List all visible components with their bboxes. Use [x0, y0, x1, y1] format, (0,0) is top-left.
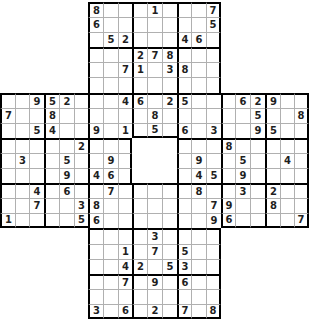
cell-r11c19[interactable]	[265, 153, 280, 168]
given-digit: 6	[196, 35, 203, 45]
cell-r4c11: 7	[147, 47, 162, 62]
cell-r11c1[interactable]	[0, 153, 15, 168]
cell-r15c2[interactable]	[15, 213, 29, 228]
cell-r4c12: 8	[162, 47, 177, 62]
cell-r17c11: 7	[147, 244, 162, 259]
given-digit: 4	[284, 156, 291, 166]
cell-r14c1[interactable]	[0, 198, 15, 213]
given-digit: 8	[167, 51, 174, 61]
cell-r10c3[interactable]	[29, 138, 44, 153]
cell-r20c11[interactable]	[147, 289, 162, 304]
given-digit: 4	[34, 187, 41, 197]
given-digit: 2	[152, 306, 159, 316]
cell-r19c10[interactable]	[132, 274, 147, 289]
cell-r7c14[interactable]	[191, 93, 206, 108]
cell-r8c8[interactable]	[103, 108, 118, 123]
cell-r9c4: 4	[44, 123, 59, 138]
cell-r7c5: 2	[59, 93, 74, 108]
cell-r15c6: 5	[74, 213, 88, 228]
cell-r17c9: 1	[118, 244, 132, 259]
cell-r21c7: 3	[88, 304, 103, 319]
cell-r9c9: 1	[118, 123, 132, 138]
cell-r2c12[interactable]	[162, 17, 177, 32]
cell-r17c7[interactable]	[88, 244, 103, 259]
cell-r7c20[interactable]	[280, 93, 294, 108]
cell-r2c13[interactable]	[177, 17, 191, 32]
cell-r14c18[interactable]	[250, 198, 265, 213]
cell-r7c11[interactable]	[147, 93, 162, 108]
cell-r10c6: 2	[74, 138, 88, 153]
cell-r9c12[interactable]	[162, 123, 177, 138]
given-digit: 5	[182, 97, 189, 107]
cell-r4c7[interactable]	[88, 47, 103, 62]
cell-r9c5[interactable]	[59, 123, 74, 138]
cell-r8c20[interactable]	[280, 108, 294, 123]
cell-r10c21[interactable]	[294, 138, 309, 153]
cell-r14c2[interactable]	[15, 198, 29, 213]
cell-r17c14[interactable]	[191, 244, 206, 259]
cell-r7c21[interactable]	[294, 93, 309, 108]
cell-r11c4[interactable]	[44, 153, 59, 168]
cell-r14c5[interactable]	[59, 198, 74, 213]
given-digit: 8	[93, 201, 100, 211]
cell-r15c17[interactable]	[235, 213, 250, 228]
given-digit: 5	[255, 111, 262, 121]
given-digit: 4	[49, 126, 56, 136]
cell-r13c15[interactable]	[206, 183, 221, 198]
cell-r14c8[interactable]	[103, 198, 118, 213]
cell-r10c1[interactable]	[0, 138, 15, 153]
cell-r2c10[interactable]	[132, 17, 147, 32]
cell-r2c15: 5	[206, 17, 221, 32]
cell-r13c6[interactable]	[74, 183, 88, 198]
cell-r4c8[interactable]	[103, 47, 118, 62]
given-digit: 9	[226, 201, 233, 211]
given-digit: 5	[270, 126, 277, 136]
cell-r9c8[interactable]	[103, 123, 118, 138]
cell-r10c13[interactable]	[177, 138, 191, 153]
cell-r21c8[interactable]	[103, 304, 118, 319]
cell-r12c4[interactable]	[44, 168, 59, 183]
cell-r6c9[interactable]	[118, 77, 132, 93]
cell-r8c4: 8	[44, 108, 59, 123]
cell-r8c1: 7	[0, 108, 15, 123]
cell-r10c14[interactable]	[191, 138, 206, 153]
cell-r13c13[interactable]	[177, 183, 191, 198]
cell-r16c10[interactable]	[132, 228, 147, 244]
cell-r8c21: 8	[294, 108, 309, 123]
given-digit: 8	[152, 111, 159, 121]
cell-r2c9[interactable]	[118, 17, 132, 32]
cell-r17c12[interactable]	[162, 244, 177, 259]
given-digit: 3	[93, 306, 100, 316]
given-digit: 7	[122, 65, 129, 75]
cell-r9c20[interactable]	[280, 123, 294, 138]
cell-r1c9[interactable]	[118, 2, 132, 17]
given-digit: 9	[270, 97, 277, 107]
cell-r14c17[interactable]	[235, 198, 250, 213]
cell-r14c10[interactable]	[132, 198, 147, 213]
cell-r6c12[interactable]	[162, 77, 177, 93]
given-digit: 5	[49, 97, 56, 107]
cell-r8c19[interactable]	[265, 108, 280, 123]
cell-r11c20: 4	[280, 153, 294, 168]
cell-r16c8[interactable]	[103, 228, 118, 244]
given-digit: 1	[152, 6, 159, 16]
cell-r14c19: 8	[265, 198, 280, 213]
given-digit: 7	[211, 201, 218, 211]
cell-r19c7[interactable]	[88, 274, 103, 289]
given-digit: 6	[122, 306, 129, 316]
cell-r8c3[interactable]	[29, 108, 44, 123]
cell-r12c2[interactable]	[15, 168, 29, 183]
cell-r18c12: 5	[162, 259, 177, 274]
cell-r9c10[interactable]	[132, 123, 147, 138]
cell-r6c13[interactable]	[177, 77, 191, 93]
cell-r11c5: 5	[59, 153, 74, 168]
cell-r1c11: 1	[147, 2, 162, 17]
cell-r4c14[interactable]	[191, 47, 206, 62]
cell-r11c16[interactable]	[221, 153, 235, 168]
cell-r15c20[interactable]	[280, 213, 294, 228]
given-digit: 9	[152, 278, 159, 288]
cell-r19c12[interactable]	[162, 274, 177, 289]
cell-r16c9[interactable]	[118, 228, 132, 244]
cell-r11c3[interactable]	[29, 153, 44, 168]
cell-r15c18[interactable]	[250, 213, 265, 228]
cell-r10c8[interactable]	[103, 138, 118, 153]
cell-r4c9[interactable]	[118, 47, 132, 62]
cell-r20c9[interactable]	[118, 289, 132, 304]
cell-r9c6[interactable]	[74, 123, 88, 138]
cell-r9c17[interactable]	[235, 123, 250, 138]
given-digit: 2	[255, 97, 262, 107]
cell-r5c11[interactable]	[147, 62, 162, 77]
cell-r13c12[interactable]	[162, 183, 177, 198]
cell-r5c8[interactable]	[103, 62, 118, 77]
cell-r10c19[interactable]	[265, 138, 280, 153]
cell-r1c14[interactable]	[191, 2, 206, 17]
cell-r9c16[interactable]	[221, 123, 235, 138]
cell-r13c2[interactable]	[15, 183, 29, 198]
cell-r8c9[interactable]	[118, 108, 132, 123]
cell-r7c15[interactable]	[206, 93, 221, 108]
cell-r13c21[interactable]	[294, 183, 309, 198]
cell-r12c15: 5	[206, 168, 221, 183]
cell-r21c14[interactable]	[191, 304, 206, 319]
cell-r13c20[interactable]	[280, 183, 294, 198]
cell-r19c15[interactable]	[206, 274, 221, 289]
cell-r14c12[interactable]	[162, 198, 177, 213]
cell-r10c18[interactable]	[250, 138, 265, 153]
cell-r14c20[interactable]	[280, 198, 294, 213]
given-digit: 1	[5, 215, 12, 225]
cell-r8c11: 8	[147, 108, 162, 123]
given-digit: 8	[298, 111, 305, 121]
cell-r8c5[interactable]	[59, 108, 74, 123]
cell-r17c8[interactable]	[103, 244, 118, 259]
cell-r13c7[interactable]	[88, 183, 103, 198]
cell-r12c3[interactable]	[29, 168, 44, 183]
given-digit: 6	[108, 171, 115, 181]
cell-r10c5[interactable]	[59, 138, 74, 153]
given-digit: 7	[34, 201, 41, 211]
cell-r11c7[interactable]	[88, 153, 103, 168]
cell-r19c13: 6	[177, 274, 191, 289]
cell-r15c16: 6	[221, 213, 235, 228]
given-digit: 3	[152, 232, 159, 242]
cell-r3c12[interactable]	[162, 32, 177, 47]
cell-r7c19: 9	[265, 93, 280, 108]
cell-r19c8[interactable]	[103, 274, 118, 289]
cell-r15c9[interactable]	[118, 213, 132, 228]
cell-r7c18: 2	[250, 93, 265, 108]
cell-r8c2[interactable]	[15, 108, 29, 123]
cell-r12c19[interactable]	[265, 168, 280, 183]
cell-r8c16[interactable]	[221, 108, 235, 123]
cell-r14c9[interactable]	[118, 198, 132, 213]
cell-r7c17: 6	[235, 93, 250, 108]
cell-r12c16[interactable]	[221, 168, 235, 183]
cell-r12c6[interactable]	[74, 168, 88, 183]
cell-r21c12[interactable]	[162, 304, 177, 319]
cell-r15c4[interactable]	[44, 213, 59, 228]
cell-r7c16[interactable]	[221, 93, 235, 108]
cell-r18c15[interactable]	[206, 259, 221, 274]
cell-r8c6[interactable]	[74, 108, 88, 123]
cell-r7c3: 9	[29, 93, 44, 108]
given-digit: 4	[122, 262, 129, 272]
cell-r8c7[interactable]	[88, 108, 103, 123]
cell-r15c19[interactable]	[265, 213, 280, 228]
cell-r12c1[interactable]	[0, 168, 15, 183]
cell-r10c2[interactable]	[15, 138, 29, 153]
cell-r5c10: 1	[132, 62, 147, 77]
cell-r7c13: 5	[177, 93, 191, 108]
cell-r20c15[interactable]	[206, 289, 221, 304]
given-digit: 6	[93, 216, 100, 226]
cell-r21c9: 6	[118, 304, 132, 319]
cell-r14c13[interactable]	[177, 198, 191, 213]
given-digit: 8	[226, 142, 233, 152]
cell-r12c9[interactable]	[118, 168, 132, 183]
cell-r17c10[interactable]	[132, 244, 147, 259]
cell-r3c7[interactable]	[88, 32, 103, 47]
cell-r15c7: 6	[88, 213, 103, 228]
cell-r8c15[interactable]	[206, 108, 221, 123]
cell-r15c14[interactable]	[191, 213, 206, 228]
cell-r12c8: 6	[103, 168, 118, 183]
cell-r6c7[interactable]	[88, 77, 103, 93]
cell-r13c4[interactable]	[44, 183, 59, 198]
cell-r8c12[interactable]	[162, 108, 177, 123]
given-digit: 7	[152, 51, 159, 61]
cell-r18c14[interactable]	[191, 259, 206, 274]
cell-r8c10[interactable]	[132, 108, 147, 123]
cell-r12c13[interactable]	[177, 168, 191, 183]
cell-r13c1[interactable]	[0, 183, 15, 198]
cell-r1c8[interactable]	[103, 2, 118, 17]
cell-r12c21[interactable]	[294, 168, 309, 183]
given-digit: 5	[78, 215, 85, 225]
cell-r2c11[interactable]	[147, 17, 162, 32]
cell-r15c11[interactable]	[147, 213, 162, 228]
cell-r7c2[interactable]	[15, 93, 29, 108]
cell-r3c11[interactable]	[147, 32, 162, 47]
cell-r6c10[interactable]	[132, 77, 147, 93]
cell-r15c10[interactable]	[132, 213, 147, 228]
cell-r18c10: 2	[132, 259, 147, 274]
cell-r14c11[interactable]	[147, 198, 162, 213]
cell-r12c18[interactable]	[250, 168, 265, 183]
cell-r6c14[interactable]	[191, 77, 206, 93]
cell-r6c8[interactable]	[103, 77, 118, 93]
given-digit: 6	[64, 187, 71, 197]
cell-r10c17[interactable]	[235, 138, 250, 153]
given-digit: 6	[226, 215, 233, 225]
cell-r9c1[interactable]	[0, 123, 15, 138]
cell-r13c10[interactable]	[132, 183, 147, 198]
cell-r1c12[interactable]	[162, 2, 177, 17]
cell-r16c14[interactable]	[191, 228, 206, 244]
cell-r19c14[interactable]	[191, 274, 206, 289]
given-digit: 2	[122, 35, 129, 45]
given-digit: 3	[78, 201, 85, 211]
given-digit: 4	[182, 35, 189, 45]
cell-r16c13[interactable]	[177, 228, 191, 244]
cell-r9c11: 5	[147, 123, 162, 138]
cell-r7c8[interactable]	[103, 93, 118, 108]
cell-r7c9: 4	[118, 93, 132, 108]
cell-r15c12[interactable]	[162, 213, 177, 228]
cell-r7c6[interactable]	[74, 93, 88, 108]
cell-r14c15: 7	[206, 198, 221, 213]
cell-r1c13[interactable]	[177, 2, 191, 17]
given-digit: 2	[167, 97, 174, 107]
cell-r13c5: 6	[59, 183, 74, 198]
cell-r18c11[interactable]	[147, 259, 162, 274]
given-digit: 8	[196, 187, 203, 197]
cell-r11c9[interactable]	[118, 153, 132, 168]
cell-r11c21[interactable]	[294, 153, 309, 168]
cell-r8c17[interactable]	[235, 108, 250, 123]
given-digit: 9	[255, 126, 262, 136]
cell-r15c3[interactable]	[29, 213, 44, 228]
cell-r4c13[interactable]	[177, 47, 191, 62]
cell-r12c17: 9	[235, 168, 250, 183]
cell-r2c14[interactable]	[191, 17, 206, 32]
cell-r10c9[interactable]	[118, 138, 132, 153]
cell-r1c10[interactable]	[132, 2, 147, 17]
cell-r20c12[interactable]	[162, 289, 177, 304]
cell-r10c4[interactable]	[44, 138, 59, 153]
cell-r5c14[interactable]	[191, 62, 206, 77]
cell-r17c15[interactable]	[206, 244, 221, 259]
cell-r9c15: 3	[206, 123, 221, 138]
cell-r13c16[interactable]	[221, 183, 235, 198]
cell-r18c7[interactable]	[88, 259, 103, 274]
cell-r12c14: 4	[191, 168, 206, 183]
given-digit: 5	[211, 171, 218, 181]
cell-r13c17: 3	[235, 183, 250, 198]
given-digit: 2	[64, 97, 71, 107]
cell-r9c21[interactable]	[294, 123, 309, 138]
cell-r13c18[interactable]	[250, 183, 265, 198]
cell-r11c13[interactable]	[177, 153, 191, 168]
cell-r12c20[interactable]	[280, 168, 294, 183]
cell-r6c11[interactable]	[147, 77, 162, 93]
cell-r5c15[interactable]	[206, 62, 221, 77]
cell-r18c8[interactable]	[103, 259, 118, 274]
given-digit: 3	[211, 126, 218, 136]
cell-r7c7[interactable]	[88, 93, 103, 108]
given-digit: 9	[34, 97, 41, 107]
cell-r9c2[interactable]	[15, 123, 29, 138]
cell-r11c18[interactable]	[250, 153, 265, 168]
cell-r13c9[interactable]	[118, 183, 132, 198]
cell-r20c10[interactable]	[132, 289, 147, 304]
cell-r2c8[interactable]	[103, 17, 118, 32]
given-digit: 7	[5, 111, 12, 121]
given-digit: 3	[182, 262, 189, 272]
cell-r7c12: 2	[162, 93, 177, 108]
given-digit: 9	[240, 171, 247, 181]
cell-r11c14: 9	[191, 153, 206, 168]
cell-r4c15[interactable]	[206, 47, 221, 62]
cell-r13c11[interactable]	[147, 183, 162, 198]
cell-r20c7[interactable]	[88, 289, 103, 304]
cell-r15c8[interactable]	[103, 213, 118, 228]
cell-r11c6[interactable]	[74, 153, 88, 168]
given-digit: 3	[19, 156, 26, 166]
cell-r10c15[interactable]	[206, 138, 221, 153]
cell-r10c20[interactable]	[280, 138, 294, 153]
cell-r16c7[interactable]	[88, 228, 103, 244]
cell-r14c16: 9	[221, 198, 235, 213]
given-digit: 1	[122, 126, 129, 136]
cell-r9c3: 5	[29, 123, 44, 138]
given-digit: 2	[137, 262, 144, 272]
cell-r14c4[interactable]	[44, 198, 59, 213]
cell-r9c14[interactable]	[191, 123, 206, 138]
cell-r8c14[interactable]	[191, 108, 206, 123]
cell-r11c15[interactable]	[206, 153, 221, 168]
cell-r14c21[interactable]	[294, 198, 309, 213]
cell-r20c8[interactable]	[103, 289, 118, 304]
cell-r21c10[interactable]	[132, 304, 147, 319]
cell-r16c15[interactable]	[206, 228, 221, 244]
cell-r15c5[interactable]	[59, 213, 74, 228]
cell-r15c13[interactable]	[177, 213, 191, 228]
cell-r3c10[interactable]	[132, 32, 147, 47]
cell-r5c7[interactable]	[88, 62, 103, 77]
cell-r5c13: 8	[177, 62, 191, 77]
cell-r17c13: 5	[177, 244, 191, 259]
cell-r10c7[interactable]	[88, 138, 103, 153]
cell-r8c13[interactable]	[177, 108, 191, 123]
cell-r3c15[interactable]	[206, 32, 221, 47]
cell-r20c13[interactable]	[177, 289, 191, 304]
cell-r16c12[interactable]	[162, 228, 177, 244]
cell-r7c1[interactable]	[0, 93, 15, 108]
cell-r6c15[interactable]	[206, 77, 221, 93]
cell-r12c5: 9	[59, 168, 74, 183]
cell-r14c14[interactable]	[191, 198, 206, 213]
cell-r20c14[interactable]	[191, 289, 206, 304]
cell-r8c18: 5	[250, 108, 265, 123]
given-digit: 7	[182, 306, 189, 316]
given-digit: 4	[196, 171, 203, 181]
